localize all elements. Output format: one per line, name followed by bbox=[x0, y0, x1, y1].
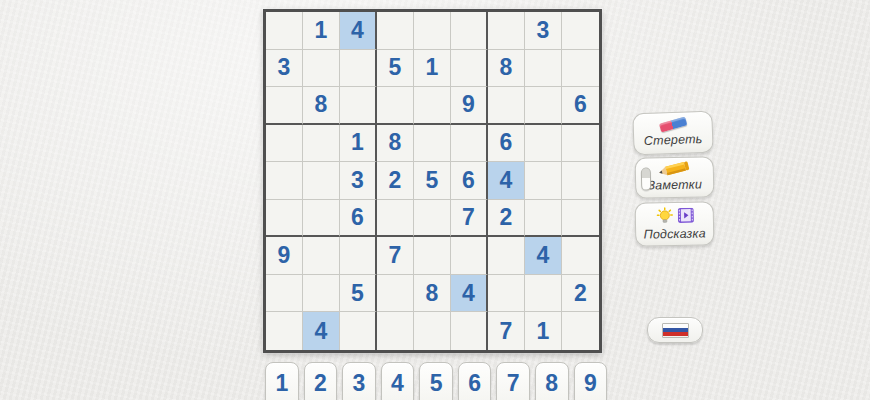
sudoku-cell-r6c7[interactable]: 2 bbox=[488, 200, 525, 238]
notes-label: Заметки bbox=[647, 177, 702, 192]
sudoku-cell-r7c7[interactable] bbox=[488, 237, 525, 275]
sudoku-cell-r2c6[interactable] bbox=[451, 50, 488, 88]
video-icon bbox=[677, 207, 693, 225]
numpad-button-6[interactable]: 6 bbox=[458, 362, 492, 400]
sudoku-cell-r3c8[interactable] bbox=[525, 87, 562, 125]
sudoku-cell-r6c5[interactable] bbox=[414, 200, 451, 238]
sudoku-cell-r7c6[interactable] bbox=[451, 237, 488, 275]
sudoku-cell-r7c8[interactable]: 4 bbox=[525, 237, 562, 275]
sudoku-cell-r9c6[interactable] bbox=[451, 312, 488, 350]
sudoku-cell-r1c1[interactable] bbox=[266, 12, 303, 50]
pencil-icon bbox=[658, 159, 691, 179]
sudoku-cell-r9c7[interactable]: 7 bbox=[488, 312, 525, 350]
sudoku-cell-r7c9[interactable] bbox=[562, 237, 599, 275]
sudoku-cell-r4c6[interactable] bbox=[451, 125, 488, 163]
sudoku-cell-r3c4[interactable] bbox=[377, 87, 414, 125]
eraser-icon bbox=[658, 116, 686, 132]
sudoku-cell-r5c1[interactable] bbox=[266, 162, 303, 200]
lightbulb-icon bbox=[655, 207, 673, 227]
sudoku-cell-r8c8[interactable] bbox=[525, 275, 562, 313]
erase-button[interactable]: Стереть bbox=[632, 111, 713, 156]
hint-button[interactable]: Подсказка bbox=[635, 201, 715, 246]
sudoku-cell-r8c4[interactable] bbox=[377, 275, 414, 313]
sudoku-cell-r1c4[interactable] bbox=[377, 12, 414, 50]
sudoku-cell-r6c4[interactable] bbox=[377, 200, 414, 238]
numpad-button-9[interactable]: 9 bbox=[574, 362, 608, 400]
sudoku-cell-r3c9[interactable]: 6 bbox=[562, 87, 599, 125]
language-button[interactable] bbox=[647, 317, 703, 343]
sudoku-cell-r1c2[interactable]: 1 bbox=[303, 12, 340, 50]
sudoku-cell-r5c7[interactable]: 4 bbox=[488, 162, 525, 200]
sudoku-cell-r3c3[interactable] bbox=[340, 87, 377, 125]
sudoku-cell-r5c6[interactable]: 6 bbox=[451, 162, 488, 200]
sudoku-cell-r5c4[interactable]: 2 bbox=[377, 162, 414, 200]
number-pad: 123456789 bbox=[265, 362, 607, 400]
numpad-button-3[interactable]: 3 bbox=[342, 362, 376, 400]
numpad-button-7[interactable]: 7 bbox=[496, 362, 530, 400]
sudoku-cell-r5c3[interactable]: 3 bbox=[340, 162, 377, 200]
sudoku-cell-r2c3[interactable] bbox=[340, 50, 377, 88]
sudoku-cell-r6c3[interactable]: 6 bbox=[340, 200, 377, 238]
sudoku-cell-r5c9[interactable] bbox=[562, 162, 599, 200]
sudoku-cell-r3c2[interactable]: 8 bbox=[303, 87, 340, 125]
sudoku-cell-r9c9[interactable] bbox=[562, 312, 599, 350]
sudoku-cell-r3c6[interactable]: 9 bbox=[451, 87, 488, 125]
sudoku-cell-r2c4[interactable]: 5 bbox=[377, 50, 414, 88]
sudoku-cell-r4c3[interactable]: 1 bbox=[340, 125, 377, 163]
numpad-button-4[interactable]: 4 bbox=[381, 362, 415, 400]
sudoku-cell-r6c8[interactable] bbox=[525, 200, 562, 238]
sudoku-cell-r3c1[interactable] bbox=[266, 87, 303, 125]
sudoku-cell-r1c3[interactable]: 4 bbox=[340, 12, 377, 50]
sudoku-cell-r8c7[interactable] bbox=[488, 275, 525, 313]
sudoku-cell-r4c7[interactable]: 6 bbox=[488, 125, 525, 163]
russian-flag-icon bbox=[662, 323, 689, 338]
sudoku-cell-r4c4[interactable]: 8 bbox=[377, 125, 414, 163]
notes-toggle-icon[interactable] bbox=[641, 167, 651, 190]
sudoku-cell-r7c5[interactable] bbox=[414, 237, 451, 275]
sudoku-cell-r2c8[interactable] bbox=[525, 50, 562, 88]
sudoku-cell-r9c3[interactable] bbox=[340, 312, 377, 350]
sudoku-board: 1433518896186325646729745842471 bbox=[263, 9, 602, 353]
sudoku-cell-r4c1[interactable] bbox=[266, 125, 303, 163]
sudoku-cell-r4c2[interactable] bbox=[303, 125, 340, 163]
numpad-button-2[interactable]: 2 bbox=[304, 362, 338, 400]
hint-label: Подсказка bbox=[643, 226, 705, 241]
sudoku-cell-r5c5[interactable]: 5 bbox=[414, 162, 451, 200]
sudoku-cell-r8c9[interactable]: 2 bbox=[562, 275, 599, 313]
sudoku-cell-r2c2[interactable] bbox=[303, 50, 340, 88]
sudoku-cell-r9c8[interactable]: 1 bbox=[525, 312, 562, 350]
sudoku-cell-r9c5[interactable] bbox=[414, 312, 451, 350]
sudoku-cell-r9c1[interactable] bbox=[266, 312, 303, 350]
numpad-button-1[interactable]: 1 bbox=[265, 362, 299, 400]
sudoku-cell-r6c9[interactable] bbox=[562, 200, 599, 238]
numpad-button-5[interactable]: 5 bbox=[419, 362, 453, 400]
sudoku-cell-r9c4[interactable] bbox=[377, 312, 414, 350]
sudoku-cell-r1c7[interactable] bbox=[488, 12, 525, 50]
sudoku-cell-r2c7[interactable]: 8 bbox=[488, 50, 525, 88]
sudoku-cell-r8c2[interactable] bbox=[303, 275, 340, 313]
sudoku-cell-r8c6[interactable]: 4 bbox=[451, 275, 488, 313]
notes-button[interactable]: Заметки bbox=[635, 156, 715, 199]
sudoku-cell-r8c1[interactable] bbox=[266, 275, 303, 313]
sudoku-cell-r3c5[interactable] bbox=[414, 87, 451, 125]
sudoku-cell-r4c5[interactable] bbox=[414, 125, 451, 163]
sudoku-cell-r5c8[interactable] bbox=[525, 162, 562, 200]
sudoku-cell-r6c6[interactable]: 7 bbox=[451, 200, 488, 238]
sudoku-cell-r1c6[interactable] bbox=[451, 12, 488, 50]
sudoku-cell-r6c1[interactable] bbox=[266, 200, 303, 238]
sudoku-cell-r2c1[interactable]: 3 bbox=[266, 50, 303, 88]
sudoku-cell-r1c5[interactable] bbox=[414, 12, 451, 50]
sudoku-cell-r8c3[interactable]: 5 bbox=[340, 275, 377, 313]
sudoku-cell-r4c9[interactable] bbox=[562, 125, 599, 163]
erase-label: Стереть bbox=[644, 131, 703, 147]
sudoku-cell-r1c9[interactable] bbox=[562, 12, 599, 50]
sudoku-cell-r9c2[interactable]: 4 bbox=[303, 312, 340, 350]
sudoku-cell-r7c2[interactable] bbox=[303, 237, 340, 275]
sudoku-cell-r4c8[interactable] bbox=[525, 125, 562, 163]
sudoku-cell-r7c3[interactable] bbox=[340, 237, 377, 275]
sudoku-cell-r7c1[interactable]: 9 bbox=[266, 237, 303, 275]
sudoku-cell-r2c5[interactable]: 1 bbox=[414, 50, 451, 88]
sudoku-cell-r3c7[interactable] bbox=[488, 87, 525, 125]
sudoku-cell-r5c2[interactable] bbox=[303, 162, 340, 200]
sudoku-cell-r2c9[interactable] bbox=[562, 50, 599, 88]
sudoku-cell-r1c8[interactable]: 3 bbox=[525, 12, 562, 50]
sudoku-cell-r6c2[interactable] bbox=[303, 200, 340, 238]
sudoku-cell-r7c4[interactable]: 7 bbox=[377, 237, 414, 275]
sudoku-cell-r8c5[interactable]: 8 bbox=[414, 275, 451, 313]
numpad-button-8[interactable]: 8 bbox=[535, 362, 569, 400]
